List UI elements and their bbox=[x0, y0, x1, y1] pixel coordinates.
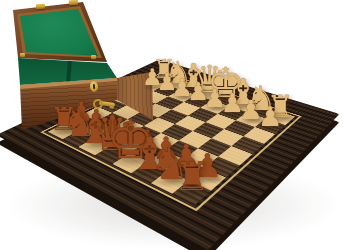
brass-lid-stay-icon bbox=[91, 55, 96, 59]
brass-hinge-icon bbox=[36, 4, 45, 10]
keyhole-icon bbox=[93, 84, 95, 89]
box-side-panel bbox=[115, 70, 155, 122]
brass-hinge-icon bbox=[69, 0, 78, 5]
box-compartment-divider bbox=[66, 58, 71, 84]
brass-key-icon bbox=[99, 101, 115, 107]
storage-box bbox=[0, 0, 170, 140]
brass-lid-stay-icon bbox=[20, 53, 25, 57]
product-photo-scene: ♜♞♝♛♚♝♞♜♟♟♟♟♟♟♟♟♟♟♟♟♟♟♟♟♜♞♝♛♚♝♞♜ bbox=[0, 0, 343, 250]
